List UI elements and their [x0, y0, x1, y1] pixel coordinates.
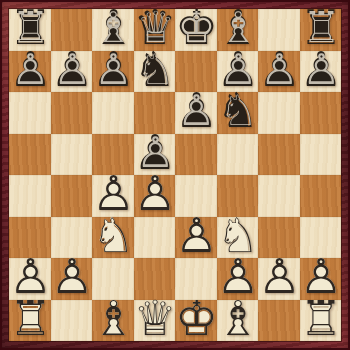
rook-outline-glyph: ♖: [11, 9, 48, 46]
pawn-outline-glyph: ♙: [92, 173, 134, 215]
square-a7[interactable]: ♟♙: [9, 51, 51, 93]
piece-white-pawn[interactable]: ♟♙: [300, 258, 342, 300]
square-h6[interactable]: [300, 92, 342, 134]
square-h2[interactable]: ♟♙: [300, 258, 342, 300]
piece-black-rook[interactable]: ♜♖: [300, 9, 342, 51]
piece-white-bishop[interactable]: ♝♗: [92, 300, 134, 342]
square-d5[interactable]: ♟♙: [134, 134, 176, 176]
pawn-fill-glyph: ♟: [300, 256, 342, 298]
square-e4[interactable]: [175, 175, 217, 217]
square-g2[interactable]: ♟♙: [258, 258, 300, 300]
knight-fill-glyph: ♞: [134, 49, 176, 91]
king-fill-glyph: ♚: [175, 7, 217, 49]
square-c1[interactable]: ♝♗: [92, 300, 134, 342]
rook-fill-glyph: ♜: [300, 7, 342, 49]
pawn-fill-glyph: ♟: [300, 49, 342, 91]
pawn-outline-glyph: ♙: [177, 92, 214, 129]
square-g8[interactable]: [258, 9, 300, 51]
square-h1[interactable]: ♜♖: [300, 300, 342, 342]
rook-outline-glyph: ♖: [300, 298, 342, 340]
bishop-outline-glyph: ♗: [94, 9, 131, 46]
square-e1[interactable]: ♚♔: [175, 300, 217, 342]
square-f7[interactable]: ♟♙: [217, 51, 259, 93]
bishop-fill-glyph: ♝: [217, 298, 259, 340]
piece-black-pawn[interactable]: ♟♙: [300, 51, 342, 93]
piece-black-pawn[interactable]: ♟♙: [92, 51, 134, 93]
square-c5[interactable]: [92, 134, 134, 176]
piece-black-pawn[interactable]: ♟♙: [175, 92, 217, 134]
square-a6[interactable]: [9, 92, 51, 134]
square-b5[interactable]: [51, 134, 93, 176]
knight-outline-glyph: ♘: [219, 92, 256, 129]
rook-outline-glyph: ♖: [9, 298, 51, 340]
square-a5[interactable]: [9, 134, 51, 176]
piece-white-king[interactable]: ♚♔: [175, 300, 217, 342]
rook-fill-glyph: ♜: [300, 298, 342, 340]
king-outline-glyph: ♔: [175, 298, 217, 340]
square-f2[interactable]: ♟♙: [217, 258, 259, 300]
pawn-fill-glyph: ♟: [92, 173, 134, 215]
square-e5[interactable]: [175, 134, 217, 176]
piece-black-knight[interactable]: ♞♘: [134, 51, 176, 93]
pawn-fill-glyph: ♟: [9, 49, 51, 91]
square-d7[interactable]: ♞♘: [134, 51, 176, 93]
bishop-outline-glyph: ♗: [92, 298, 134, 340]
square-e2[interactable]: [175, 258, 217, 300]
pawn-fill-glyph: ♟: [258, 256, 300, 298]
knight-fill-glyph: ♞: [92, 215, 134, 257]
queen-outline-glyph: ♕: [134, 298, 176, 340]
knight-fill-glyph: ♞: [217, 90, 259, 132]
pawn-outline-glyph: ♙: [136, 134, 173, 171]
square-e7[interactable]: [175, 51, 217, 93]
square-b8[interactable]: [51, 9, 93, 51]
pawn-outline-glyph: ♙: [217, 256, 259, 298]
square-c2[interactable]: [92, 258, 134, 300]
piece-white-pawn[interactable]: ♟♙: [217, 258, 259, 300]
king-fill-glyph: ♚: [175, 298, 217, 340]
square-b6[interactable]: [51, 92, 93, 134]
queen-fill-glyph: ♛: [134, 7, 176, 49]
square-g6[interactable]: [258, 92, 300, 134]
pawn-fill-glyph: ♟: [92, 49, 134, 91]
square-e6[interactable]: ♟♙: [175, 92, 217, 134]
piece-white-pawn[interactable]: ♟♙: [9, 258, 51, 300]
square-h4[interactable]: [300, 175, 342, 217]
square-c8[interactable]: ♝♗: [92, 9, 134, 51]
square-d6[interactable]: [134, 92, 176, 134]
piece-black-pawn[interactable]: ♟♙: [217, 51, 259, 93]
pawn-outline-glyph: ♙: [94, 51, 131, 88]
square-d3[interactable]: [134, 217, 176, 259]
square-d2[interactable]: [134, 258, 176, 300]
square-g7[interactable]: ♟♙: [258, 51, 300, 93]
rook-fill-glyph: ♜: [9, 7, 51, 49]
piece-black-queen[interactable]: ♛♕: [134, 9, 176, 51]
square-a8[interactable]: ♜♖: [9, 9, 51, 51]
pawn-outline-glyph: ♙: [300, 256, 342, 298]
pawn-outline-glyph: ♙: [219, 51, 256, 88]
piece-white-pawn[interactable]: ♟♙: [258, 258, 300, 300]
square-a2[interactable]: ♟♙: [9, 258, 51, 300]
square-f5[interactable]: [217, 134, 259, 176]
pawn-outline-glyph: ♙: [302, 51, 339, 88]
knight-outline-glyph: ♘: [217, 215, 259, 257]
piece-black-pawn[interactable]: ♟♙: [134, 134, 176, 176]
piece-black-bishop[interactable]: ♝♗: [92, 9, 134, 51]
piece-black-king[interactable]: ♚♔: [175, 9, 217, 51]
piece-white-knight[interactable]: ♞♘: [217, 217, 259, 259]
queen-outline-glyph: ♕: [136, 9, 173, 46]
pawn-fill-glyph: ♟: [9, 256, 51, 298]
square-g5[interactable]: [258, 134, 300, 176]
piece-white-pawn[interactable]: ♟♙: [51, 258, 93, 300]
chess-board: ♜♖♝♗♛♕♚♔♝♗♜♖♟♙♟♙♟♙♞♘♟♙♟♙♟♙♟♙♞♘♟♙♟♙♟♙♞♘♟♙…: [9, 9, 341, 341]
bishop-outline-glyph: ♗: [217, 298, 259, 340]
square-h3[interactable]: [300, 217, 342, 259]
square-d4[interactable]: ♟♙: [134, 175, 176, 217]
knight-fill-glyph: ♞: [217, 215, 259, 257]
piece-black-pawn[interactable]: ♟♙: [51, 51, 93, 93]
square-g1[interactable]: [258, 300, 300, 342]
piece-white-rook[interactable]: ♜♖: [9, 300, 51, 342]
square-e8[interactable]: ♚♔: [175, 9, 217, 51]
rook-fill-glyph: ♜: [9, 298, 51, 340]
piece-white-knight[interactable]: ♞♘: [92, 217, 134, 259]
piece-white-bishop[interactable]: ♝♗: [217, 300, 259, 342]
square-g4[interactable]: [258, 175, 300, 217]
square-f6[interactable]: ♞♘: [217, 92, 259, 134]
piece-black-bishop[interactable]: ♝♗: [217, 9, 259, 51]
pawn-outline-glyph: ♙: [258, 256, 300, 298]
piece-white-rook[interactable]: ♜♖: [300, 300, 342, 342]
square-c4[interactable]: ♟♙: [92, 175, 134, 217]
square-g3[interactable]: [258, 217, 300, 259]
pawn-outline-glyph: ♙: [53, 51, 90, 88]
piece-white-pawn[interactable]: ♟♙: [134, 175, 176, 217]
piece-white-pawn[interactable]: ♟♙: [175, 217, 217, 259]
square-d1[interactable]: ♛♕: [134, 300, 176, 342]
square-h7[interactable]: ♟♙: [300, 51, 342, 93]
square-a3[interactable]: [9, 217, 51, 259]
king-outline-glyph: ♔: [177, 9, 214, 46]
pawn-outline-glyph: ♙: [134, 173, 176, 215]
piece-white-queen[interactable]: ♛♕: [134, 300, 176, 342]
piece-black-knight[interactable]: ♞♘: [217, 92, 259, 134]
square-h8[interactable]: ♜♖: [300, 9, 342, 51]
pawn-outline-glyph: ♙: [9, 256, 51, 298]
square-a1[interactable]: ♜♖: [9, 300, 51, 342]
pawn-fill-glyph: ♟: [258, 49, 300, 91]
bishop-fill-glyph: ♝: [92, 7, 134, 49]
pawn-fill-glyph: ♟: [51, 49, 93, 91]
piece-black-pawn[interactable]: ♟♙: [258, 51, 300, 93]
piece-white-pawn[interactable]: ♟♙: [92, 175, 134, 217]
knight-outline-glyph: ♘: [136, 51, 173, 88]
square-f4[interactable]: [217, 175, 259, 217]
pawn-fill-glyph: ♟: [175, 215, 217, 257]
pawn-outline-glyph: ♙: [260, 51, 297, 88]
square-b1[interactable]: [51, 300, 93, 342]
pawn-fill-glyph: ♟: [134, 132, 176, 174]
pawn-outline-glyph: ♙: [11, 51, 48, 88]
board-frame: ♜♖♝♗♛♕♚♔♝♗♜♖♟♙♟♙♟♙♞♘♟♙♟♙♟♙♟♙♞♘♟♙♟♙♟♙♞♘♟♙…: [0, 0, 350, 350]
piece-black-rook[interactable]: ♜♖: [9, 9, 51, 51]
square-c6[interactable]: [92, 92, 134, 134]
pawn-fill-glyph: ♟: [217, 256, 259, 298]
queen-fill-glyph: ♛: [134, 298, 176, 340]
pawn-fill-glyph: ♟: [175, 90, 217, 132]
bishop-fill-glyph: ♝: [217, 7, 259, 49]
square-b3[interactable]: [51, 217, 93, 259]
square-b2[interactable]: ♟♙: [51, 258, 93, 300]
piece-black-pawn[interactable]: ♟♙: [9, 51, 51, 93]
pawn-outline-glyph: ♙: [51, 256, 93, 298]
square-b7[interactable]: ♟♙: [51, 51, 93, 93]
square-c7[interactable]: ♟♙: [92, 51, 134, 93]
square-f1[interactable]: ♝♗: [217, 300, 259, 342]
square-c3[interactable]: ♞♘: [92, 217, 134, 259]
bishop-outline-glyph: ♗: [219, 9, 256, 46]
square-f3[interactable]: ♞♘: [217, 217, 259, 259]
square-a4[interactable]: [9, 175, 51, 217]
pawn-fill-glyph: ♟: [51, 256, 93, 298]
square-f8[interactable]: ♝♗: [217, 9, 259, 51]
bishop-fill-glyph: ♝: [92, 298, 134, 340]
pawn-fill-glyph: ♟: [217, 49, 259, 91]
square-h5[interactable]: [300, 134, 342, 176]
square-d8[interactable]: ♛♕: [134, 9, 176, 51]
pawn-outline-glyph: ♙: [175, 215, 217, 257]
square-e3[interactable]: ♟♙: [175, 217, 217, 259]
rook-outline-glyph: ♖: [302, 9, 339, 46]
square-b4[interactable]: [51, 175, 93, 217]
pawn-fill-glyph: ♟: [134, 173, 176, 215]
knight-outline-glyph: ♘: [92, 215, 134, 257]
